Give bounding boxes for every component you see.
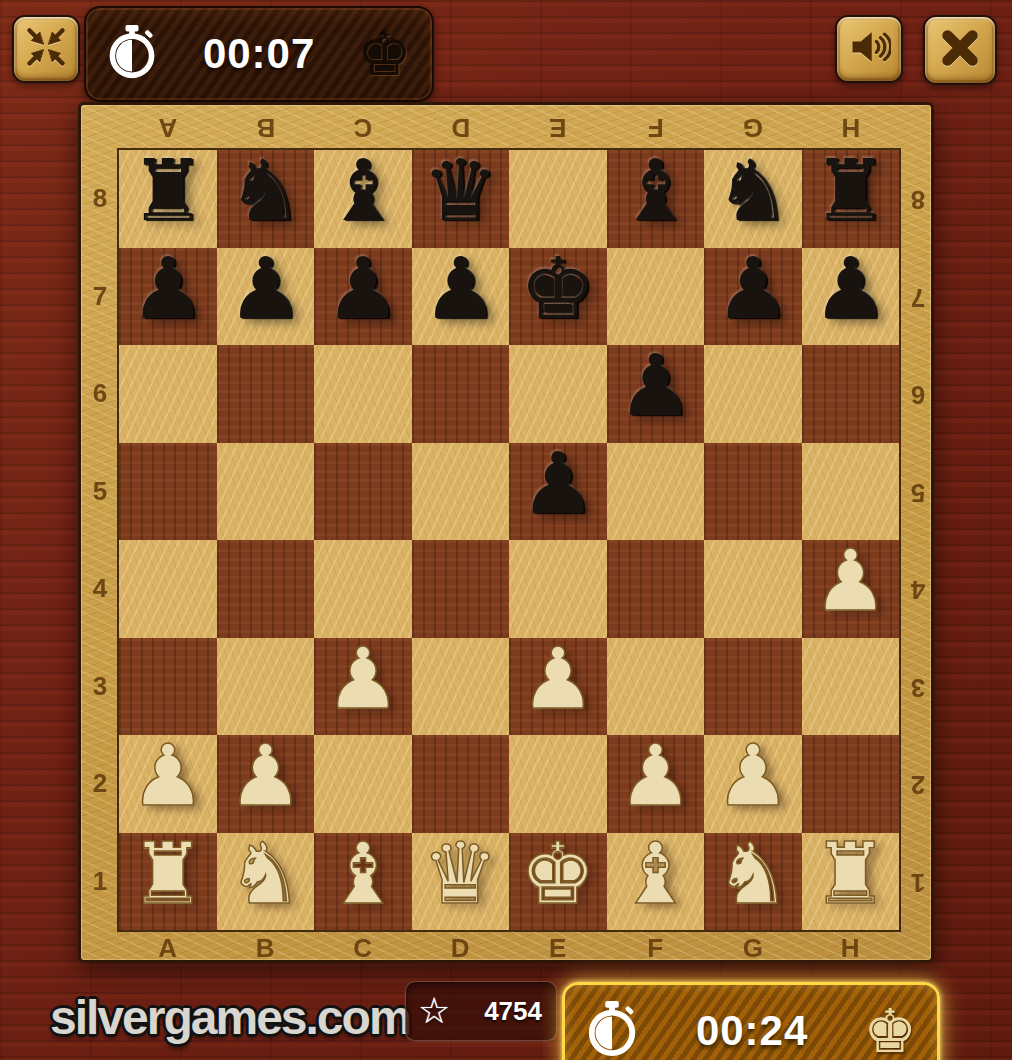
square-g7[interactable]: ♟ xyxy=(704,248,802,346)
square-b6[interactable] xyxy=(217,345,315,443)
square-f2[interactable]: ♟ xyxy=(607,735,705,833)
square-a2[interactable]: ♟ xyxy=(119,735,217,833)
file-label-d: D xyxy=(412,930,510,966)
file-label-top-e: E xyxy=(509,105,607,150)
square-h4[interactable]: ♟ xyxy=(802,540,900,638)
square-c3[interactable]: ♟ xyxy=(314,638,412,736)
square-d4[interactable] xyxy=(412,540,510,638)
square-f7[interactable] xyxy=(607,248,705,346)
square-d7[interactable]: ♟ xyxy=(412,248,510,346)
rank-labels-right: 87654321 xyxy=(899,150,937,930)
rank-label-right-8: 8 xyxy=(899,150,937,248)
square-f1[interactable]: ♝ xyxy=(607,833,705,931)
square-f5[interactable] xyxy=(607,443,705,541)
square-g6[interactable] xyxy=(704,345,802,443)
square-b5[interactable] xyxy=(217,443,315,541)
piece-white-pawn-b2[interactable]: ♟ xyxy=(217,727,315,825)
rank-labels-left: 87654321 xyxy=(81,150,119,930)
rank-label-2: 2 xyxy=(81,735,119,833)
white-timer-panel: 00:24 ♚ xyxy=(562,982,940,1060)
piece-black-pawn-g7[interactable]: ♟ xyxy=(704,240,802,338)
piece-white-pawn-c3[interactable]: ♟ xyxy=(314,630,412,728)
piece-white-pawn-h4[interactable]: ♟ xyxy=(802,532,900,630)
chess-board: ABCDEFGH 87654321 87654321 ABCDEFGH ♜♞♝♛… xyxy=(78,102,934,963)
piece-white-rook-a1[interactable]: ♜ xyxy=(119,825,217,923)
piece-black-bishop-f8[interactable]: ♝ xyxy=(607,142,705,240)
square-e3[interactable]: ♟ xyxy=(509,638,607,736)
rank-label-6: 6 xyxy=(81,345,119,443)
square-e2[interactable] xyxy=(509,735,607,833)
file-label-b: B xyxy=(217,930,315,966)
piece-white-bishop-f1[interactable]: ♝ xyxy=(607,825,705,923)
square-c8[interactable]: ♝ xyxy=(314,150,412,248)
rank-label-right-6: 6 xyxy=(899,345,937,443)
file-label-e: E xyxy=(509,930,607,966)
square-b8[interactable]: ♞ xyxy=(217,150,315,248)
rank-label-4: 4 xyxy=(81,540,119,638)
piece-black-pawn-h7[interactable]: ♟ xyxy=(802,240,900,338)
piece-white-pawn-e3[interactable]: ♟ xyxy=(509,630,607,728)
rank-label-right-4: 4 xyxy=(899,540,937,638)
silvergames-logo[interactable]: silvergames.com xyxy=(50,990,410,1045)
close-button[interactable] xyxy=(923,15,997,85)
piece-black-pawn-f6[interactable]: ♟ xyxy=(607,337,705,435)
piece-white-pawn-a2[interactable]: ♟ xyxy=(119,727,217,825)
piece-white-queen-d1[interactable]: ♛ xyxy=(412,825,510,923)
file-label-a: A xyxy=(119,930,217,966)
square-b2[interactable]: ♟ xyxy=(217,735,315,833)
piece-black-king-e7[interactable]: ♚ xyxy=(509,240,607,338)
rank-label-right-2: 2 xyxy=(899,735,937,833)
piece-white-bishop-c1[interactable]: ♝ xyxy=(314,825,412,923)
square-h2[interactable] xyxy=(802,735,900,833)
square-a7[interactable]: ♟ xyxy=(119,248,217,346)
square-a8[interactable]: ♜ xyxy=(119,150,217,248)
file-label-c: C xyxy=(314,930,412,966)
piece-white-pawn-g2[interactable]: ♟ xyxy=(704,727,802,825)
square-e8[interactable] xyxy=(509,150,607,248)
square-a6[interactable] xyxy=(119,345,217,443)
rank-label-1: 1 xyxy=(81,833,119,931)
file-label-h: H xyxy=(802,930,900,966)
stopwatch-icon xyxy=(583,1000,641,1060)
square-a1[interactable]: ♜ xyxy=(119,833,217,931)
rank-label-7: 7 xyxy=(81,248,119,346)
square-c6[interactable] xyxy=(314,345,412,443)
piece-black-knight-b8[interactable]: ♞ xyxy=(217,142,315,240)
square-d5[interactable] xyxy=(412,443,510,541)
piece-white-king-e1[interactable]: ♚ xyxy=(509,825,607,923)
rank-label-right-7: 7 xyxy=(899,248,937,346)
rank-label-right-3: 3 xyxy=(899,638,937,736)
square-h6[interactable] xyxy=(802,345,900,443)
square-f6[interactable]: ♟ xyxy=(607,345,705,443)
square-a3[interactable] xyxy=(119,638,217,736)
file-label-g: G xyxy=(704,930,802,966)
square-g2[interactable]: ♟ xyxy=(704,735,802,833)
square-g8[interactable]: ♞ xyxy=(704,150,802,248)
board-grid: ♜♞♝♛♝♞♜♟♟♟♟♚♟♟♟♟♟♟♟♟♟♟♟♜♞♝♛♚♝♞♜ xyxy=(119,150,899,930)
square-e5[interactable]: ♟ xyxy=(509,443,607,541)
star-icon: ☆ xyxy=(418,993,450,1029)
square-h1[interactable]: ♜ xyxy=(802,833,900,931)
rank-label-8: 8 xyxy=(81,150,119,248)
square-d8[interactable]: ♛ xyxy=(412,150,510,248)
square-f8[interactable]: ♝ xyxy=(607,150,705,248)
square-a4[interactable] xyxy=(119,540,217,638)
square-b3[interactable] xyxy=(217,638,315,736)
square-c7[interactable]: ♟ xyxy=(314,248,412,346)
square-g3[interactable] xyxy=(704,638,802,736)
square-f4[interactable] xyxy=(607,540,705,638)
rank-label-3: 3 xyxy=(81,638,119,736)
collapse-arrows-icon xyxy=(24,25,68,73)
piece-black-rook-h8[interactable]: ♜ xyxy=(802,142,900,240)
stopwatch-icon xyxy=(104,24,160,84)
square-h3[interactable] xyxy=(802,638,900,736)
square-g4[interactable] xyxy=(704,540,802,638)
rank-label-right-5: 5 xyxy=(899,443,937,541)
piece-black-pawn-d7[interactable]: ♟ xyxy=(412,240,510,338)
piece-white-pawn-f2[interactable]: ♟ xyxy=(607,727,705,825)
piece-white-knight-b1[interactable]: ♞ xyxy=(217,825,315,923)
speaker-icon xyxy=(847,25,891,73)
square-d3[interactable] xyxy=(412,638,510,736)
black-king-icon: ♚ xyxy=(358,24,412,84)
rank-label-5: 5 xyxy=(81,443,119,541)
white-timer-time: 00:24 xyxy=(641,1007,863,1055)
square-b1[interactable]: ♞ xyxy=(217,833,315,931)
square-e7[interactable]: ♚ xyxy=(509,248,607,346)
square-a5[interactable] xyxy=(119,443,217,541)
piece-black-queen-d8[interactable]: ♛ xyxy=(412,142,510,240)
game-screen: 00:07 ♚ ABCDEFGH 87654321 87654321 AB xyxy=(0,0,1012,1060)
square-e4[interactable] xyxy=(509,540,607,638)
square-h8[interactable]: ♜ xyxy=(802,150,900,248)
square-d1[interactable]: ♛ xyxy=(412,833,510,931)
sound-button[interactable] xyxy=(835,15,903,83)
piece-black-rook-a8[interactable]: ♜ xyxy=(119,142,217,240)
file-labels-bottom: ABCDEFGH xyxy=(119,930,899,966)
square-e6[interactable] xyxy=(509,345,607,443)
white-king-icon: ♚ xyxy=(863,1001,917,1060)
score-value: 4754 xyxy=(450,996,542,1027)
file-label-f: F xyxy=(607,930,705,966)
piece-black-pawn-a7[interactable]: ♟ xyxy=(119,240,217,338)
square-d2[interactable] xyxy=(412,735,510,833)
square-c1[interactable]: ♝ xyxy=(314,833,412,931)
black-timer-panel: 00:07 ♚ xyxy=(84,6,434,102)
square-g1[interactable]: ♞ xyxy=(704,833,802,931)
square-c2[interactable] xyxy=(314,735,412,833)
piece-black-pawn-b7[interactable]: ♟ xyxy=(217,240,315,338)
piece-black-bishop-c8[interactable]: ♝ xyxy=(314,142,412,240)
square-f3[interactable] xyxy=(607,638,705,736)
square-g5[interactable] xyxy=(704,443,802,541)
square-c5[interactable] xyxy=(314,443,412,541)
square-h7[interactable]: ♟ xyxy=(802,248,900,346)
piece-black-pawn-c7[interactable]: ♟ xyxy=(314,240,412,338)
close-x-icon xyxy=(937,25,983,75)
black-timer-time: 00:07 xyxy=(160,30,358,78)
piece-white-knight-g1[interactable]: ♞ xyxy=(704,825,802,923)
rank-label-right-1: 1 xyxy=(899,833,937,931)
square-e1[interactable]: ♚ xyxy=(509,833,607,931)
square-b4[interactable] xyxy=(217,540,315,638)
square-d6[interactable] xyxy=(412,345,510,443)
square-h5[interactable] xyxy=(802,443,900,541)
piece-white-rook-h1[interactable]: ♜ xyxy=(802,825,900,923)
score-panel: ☆ 4754 xyxy=(405,981,557,1041)
square-c4[interactable] xyxy=(314,540,412,638)
piece-black-knight-g8[interactable]: ♞ xyxy=(704,142,802,240)
piece-black-pawn-e5[interactable]: ♟ xyxy=(509,435,607,533)
fullscreen-button[interactable] xyxy=(12,15,80,83)
square-b7[interactable]: ♟ xyxy=(217,248,315,346)
